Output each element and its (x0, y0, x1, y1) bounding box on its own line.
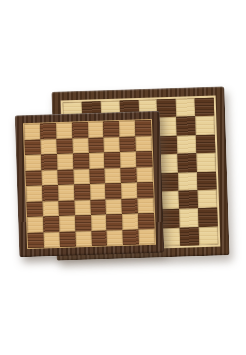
board-square (73, 169, 89, 185)
board-square (176, 98, 195, 117)
board-square (158, 117, 177, 136)
board-square (136, 135, 152, 151)
board-square (89, 168, 105, 184)
board-square (104, 136, 120, 152)
board-square (57, 154, 73, 170)
board-square (40, 123, 56, 139)
board-square (138, 197, 154, 213)
board-square (56, 138, 72, 154)
board-square (41, 154, 57, 170)
board-square (26, 170, 42, 186)
board-square (138, 213, 154, 229)
board-square (120, 136, 136, 152)
board-square (75, 230, 91, 246)
board-square (91, 230, 107, 246)
board-square (59, 231, 75, 247)
board-square (90, 199, 106, 215)
board-square (72, 138, 88, 154)
board-square (180, 227, 199, 246)
board-square (197, 153, 216, 172)
board-square (178, 153, 197, 172)
board-square (179, 190, 198, 209)
board-square (158, 136, 177, 155)
board-square (159, 172, 178, 191)
board-square (177, 135, 196, 154)
board-square (195, 116, 214, 135)
board-square (27, 217, 43, 233)
board-square (43, 216, 59, 232)
board-square (121, 167, 137, 183)
board-square (160, 191, 179, 210)
board-square (106, 214, 122, 230)
board-square (135, 120, 151, 136)
board-square (58, 200, 74, 216)
board-square (24, 139, 40, 155)
board-square (58, 185, 74, 201)
board-square (56, 123, 72, 139)
board-square (198, 208, 217, 227)
board-square (122, 213, 138, 229)
board-square (197, 171, 216, 190)
board-square (40, 139, 56, 155)
board-square (136, 151, 152, 167)
board-square (159, 154, 178, 173)
board-square (88, 152, 104, 168)
board-square (41, 170, 57, 186)
board-square (196, 134, 215, 153)
board-square (121, 182, 137, 198)
board-square (179, 208, 198, 227)
front-board-field (24, 120, 155, 248)
board-square (178, 172, 197, 191)
board-square (59, 216, 75, 232)
board-square (106, 198, 122, 214)
board-square (42, 185, 58, 201)
board-square (90, 183, 106, 199)
board-square (137, 182, 153, 198)
board-square (87, 122, 103, 138)
board-square (91, 214, 107, 230)
board-square (74, 199, 90, 215)
front-board-inner-border (23, 119, 156, 249)
board-square (195, 98, 214, 117)
board-square (28, 232, 44, 248)
board-square (25, 155, 41, 171)
board-square (73, 153, 89, 169)
board-square (139, 228, 155, 244)
board-square (75, 215, 91, 231)
board-square (42, 201, 58, 217)
board-square (107, 229, 123, 245)
board-square (157, 99, 176, 118)
board-square (103, 121, 119, 137)
board-square (105, 167, 121, 183)
board-square (43, 232, 59, 248)
board-square (74, 184, 90, 200)
board-square (104, 152, 120, 168)
front-board-frame (15, 111, 165, 258)
board-square (120, 151, 136, 167)
board-square (176, 117, 195, 136)
board-square (57, 169, 73, 185)
board-square (199, 226, 218, 245)
board-square (88, 137, 104, 153)
board-square (24, 124, 40, 140)
board-square (27, 201, 43, 217)
board-square (26, 186, 42, 202)
board-square (72, 122, 88, 138)
board-square (123, 229, 139, 245)
board-square (122, 198, 138, 214)
front-chessboard (15, 111, 165, 258)
board-square (198, 189, 217, 208)
board-square (137, 166, 153, 182)
product-photo (0, 0, 246, 355)
board-square (105, 183, 121, 199)
board-square (119, 120, 135, 136)
